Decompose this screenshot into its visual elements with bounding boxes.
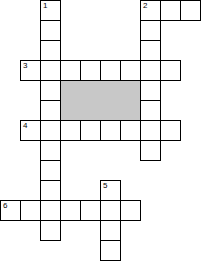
cell-r10-c2[interactable]	[40, 200, 61, 221]
cell-r6-c6[interactable]	[120, 120, 141, 141]
cell-r6-c4[interactable]	[80, 120, 101, 141]
cell-r6-c3[interactable]	[60, 120, 81, 141]
cell-r4-c7[interactable]	[140, 80, 161, 101]
cell-r0-c8[interactable]	[160, 0, 181, 21]
cell-r5-c7[interactable]	[140, 100, 161, 121]
cell-r3-c4[interactable]	[80, 60, 101, 81]
cell-r10-c6[interactable]	[120, 200, 141, 221]
cell-r11-c2[interactable]	[40, 220, 61, 241]
clue-number-5: 5	[103, 181, 107, 190]
cell-r10-c4[interactable]	[80, 200, 101, 221]
cell-r9-c2[interactable]	[40, 180, 61, 201]
cell-r5-c2[interactable]	[40, 100, 61, 121]
cell-r3-c6[interactable]	[120, 60, 141, 81]
clue-number-3: 3	[23, 61, 27, 70]
cell-r6-c8[interactable]	[160, 120, 181, 141]
cell-r10-c5[interactable]	[100, 200, 121, 221]
cell-r6-c5[interactable]	[100, 120, 121, 141]
cell-r6-c7[interactable]	[140, 120, 161, 141]
crossword-board: 123456	[0, 0, 201, 261]
clue-number-1: 1	[43, 1, 47, 10]
cell-r4-c2[interactable]	[40, 80, 61, 101]
cell-r1-c2[interactable]	[40, 20, 61, 41]
cell-r0-c9[interactable]	[180, 0, 201, 21]
clue-number-6: 6	[3, 201, 7, 210]
cell-r3-c8[interactable]	[160, 60, 181, 81]
clue-number-4: 4	[23, 121, 27, 130]
clue-number-2: 2	[143, 1, 147, 10]
cell-r8-c2[interactable]	[40, 160, 61, 181]
cell-r3-c1[interactable]: 3	[20, 60, 41, 81]
cell-r2-c7[interactable]	[140, 40, 161, 61]
cell-r1-c7[interactable]	[140, 20, 161, 41]
cell-r3-c2[interactable]	[40, 60, 61, 81]
blocked-region	[60, 80, 141, 121]
cell-r7-c2[interactable]	[40, 140, 61, 161]
cell-r0-c7[interactable]: 2	[140, 0, 161, 21]
cell-r9-c5[interactable]: 5	[100, 180, 121, 201]
cell-r7-c7[interactable]	[140, 140, 161, 161]
cell-r3-c3[interactable]	[60, 60, 81, 81]
cell-r0-c2[interactable]: 1	[40, 0, 61, 21]
cell-r10-c3[interactable]	[60, 200, 81, 221]
cell-r12-c5[interactable]	[100, 240, 121, 261]
cell-r3-c7[interactable]	[140, 60, 161, 81]
cell-r10-c0[interactable]: 6	[0, 200, 21, 221]
cell-r6-c2[interactable]	[40, 120, 61, 141]
cell-r6-c1[interactable]: 4	[20, 120, 41, 141]
cell-r11-c5[interactable]	[100, 220, 121, 241]
cell-r10-c1[interactable]	[20, 200, 41, 221]
cell-r2-c2[interactable]	[40, 40, 61, 61]
cell-r3-c5[interactable]	[100, 60, 121, 81]
